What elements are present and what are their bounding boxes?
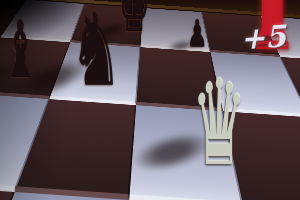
black-pawn[interactable]: ♟ [187, 15, 208, 52]
black-bishop[interactable]: ♝ [3, 10, 38, 88]
score-popup: +5 [239, 21, 287, 54]
black-king-cutoff[interactable]: ♚ [118, 0, 150, 40]
white-queen[interactable]: ♛ [191, 64, 246, 182]
game-viewport: ♚♟♜♝♞♛ +5 [0, 0, 300, 200]
black-knight[interactable]: ♞ [70, 0, 122, 100]
